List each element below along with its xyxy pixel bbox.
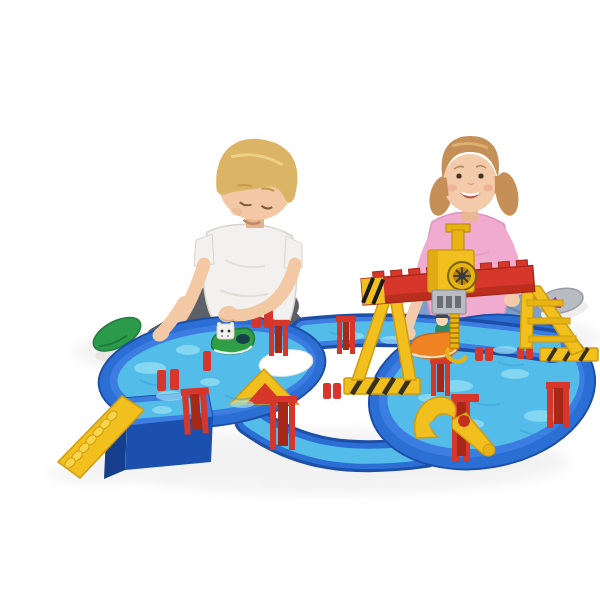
green-boat-windshield <box>236 334 250 344</box>
gate-basin-left <box>430 358 452 396</box>
scene-illustration <box>0 0 600 600</box>
hippo-figure <box>217 322 234 339</box>
product-photo-stage <box>0 0 600 600</box>
girl-hand-right <box>504 293 520 307</box>
girl-eye-left <box>456 173 461 178</box>
gate-crane-left <box>336 316 356 354</box>
gate-center-bottom <box>269 396 297 450</box>
winch-reel <box>448 262 476 290</box>
girl-eye-right <box>478 173 483 178</box>
boy-head <box>211 134 302 228</box>
girl-head <box>426 136 522 218</box>
pump-pivot <box>458 415 470 427</box>
beam-hazard-panel <box>361 277 385 305</box>
boy-shirt <box>203 224 297 320</box>
pump-crank-knob <box>483 444 495 456</box>
gate-basin-right <box>546 382 570 428</box>
